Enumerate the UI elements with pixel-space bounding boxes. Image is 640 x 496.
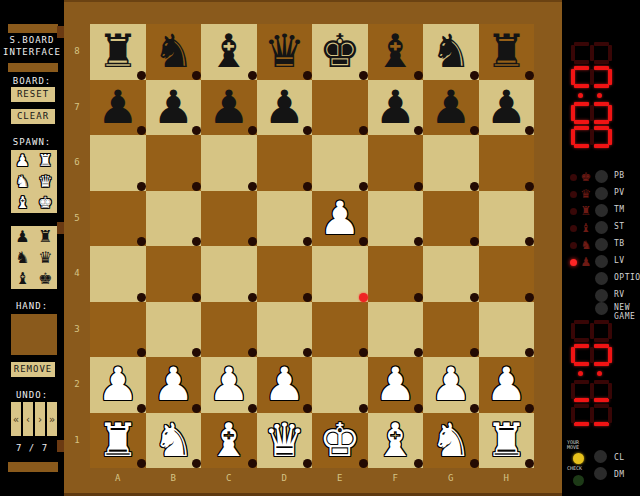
square-led	[248, 459, 257, 468]
app-title-line1: S.BOARD	[0, 35, 64, 45]
square-d5[interactable]	[257, 191, 313, 247]
square-led	[248, 126, 257, 135]
divider-bar	[8, 462, 58, 472]
square-led	[192, 182, 201, 191]
dm-button[interactable]	[594, 467, 607, 480]
square-a8[interactable]: ♜	[90, 24, 146, 80]
square-b6[interactable]	[146, 135, 202, 191]
square-led	[137, 459, 146, 468]
white-pawn-piece[interactable]: ♟	[319, 191, 360, 246]
square-b8[interactable]: ♞	[146, 24, 202, 80]
chess-board: ♜♞♝♛♚♝♞♜♟♟♟♟♟♟♟♟♟♟♟♟♟♟♟♜♞♝♛♚♝♞♜	[90, 24, 534, 468]
white-queen-piece[interactable]: ♛	[264, 413, 305, 468]
panel-row-new-game: NEW GAME	[562, 301, 640, 317]
pv-led	[570, 191, 577, 198]
square-d6[interactable]	[257, 135, 313, 191]
control-panel: ♚PB♛PV♜TM♝ST♞TB♟LVOPTIONRVNEW GAME YOURM…	[562, 0, 640, 496]
square-b2[interactable]: ♟	[146, 357, 202, 413]
square-c8[interactable]: ♝	[201, 24, 257, 80]
white-rook-piece[interactable]: ♜	[97, 413, 138, 468]
tm-button[interactable]	[595, 204, 608, 217]
st-button[interactable]	[595, 221, 608, 234]
square-led	[359, 404, 368, 413]
square-a7[interactable]: ♟	[90, 80, 146, 136]
spawn-black-knight[interactable]: ♞	[11, 247, 34, 268]
spawn-tray-white: ♟♜♞♛♝♚	[11, 150, 57, 213]
white-knight-piece[interactable]: ♞	[430, 413, 471, 468]
white-pawn-piece[interactable]: ♟	[375, 357, 416, 412]
square-led	[525, 459, 534, 468]
panel-row-lv: ♟LV	[562, 254, 640, 270]
square-led	[359, 182, 368, 191]
square-d2[interactable]: ♟	[257, 357, 313, 413]
square-h5[interactable]	[479, 191, 535, 247]
square-led	[470, 404, 479, 413]
black-rook-piece[interactable]: ♜	[486, 24, 527, 79]
square-d1[interactable]: ♛	[257, 413, 313, 469]
square-led	[470, 182, 479, 191]
square-led	[303, 182, 312, 191]
file-label-h: H	[479, 472, 535, 484]
square-led	[192, 237, 201, 246]
panel-row-tm: ♜TM	[562, 203, 640, 219]
spawn-black-rook[interactable]: ♜	[34, 226, 57, 247]
square-led	[414, 237, 423, 246]
spawn-white-knight[interactable]: ♞	[11, 171, 34, 192]
square-e8[interactable]: ♚	[312, 24, 368, 80]
black-rook-piece[interactable]: ♜	[97, 24, 138, 79]
square-led	[303, 459, 312, 468]
tb-led	[570, 242, 577, 249]
square-led	[414, 459, 423, 468]
square-b1[interactable]: ♞	[146, 413, 202, 469]
square-b4[interactable]	[146, 246, 202, 302]
black-pawn-piece[interactable]: ♟	[430, 80, 471, 135]
file-label-g: G	[423, 472, 479, 484]
black-pawn-piece[interactable]: ♟	[153, 80, 194, 135]
square-led	[470, 293, 479, 302]
square-led	[248, 293, 257, 302]
rook-icon: ♜	[579, 204, 593, 218]
square-a1[interactable]: ♜	[90, 413, 146, 469]
square-led	[192, 459, 201, 468]
spawn-white-queen[interactable]: ♛	[34, 171, 57, 192]
square-e1[interactable]: ♚	[312, 413, 368, 469]
divider-bar	[8, 63, 58, 72]
clock-colon	[571, 368, 612, 378]
black-bishop-piece[interactable]: ♝	[375, 24, 416, 79]
clock-digit	[571, 102, 612, 124]
sidebar: S.BOARD INTERFACE BOARD: RESET CLEAR SPA…	[0, 0, 64, 496]
square-led	[137, 348, 146, 357]
square-led	[414, 404, 423, 413]
square-g4[interactable]	[423, 246, 479, 302]
bishop-icon: ♝	[579, 221, 593, 235]
clock-colon	[571, 90, 612, 100]
pb-button[interactable]	[595, 170, 608, 183]
black-king-piece[interactable]: ♚	[319, 24, 360, 79]
square-led	[303, 348, 312, 357]
rank-label-1: 1	[64, 413, 90, 469]
white-pawn-piece[interactable]: ♟	[153, 357, 194, 412]
smart-board-interface: S.BOARD INTERFACE BOARD: RESET CLEAR SPA…	[0, 0, 640, 496]
square-led	[303, 126, 312, 135]
tm-label: TM	[614, 205, 640, 214]
spawn-black-queen[interactable]: ♛	[34, 247, 57, 268]
spawn-tray-black: ♟♜♞♛♝♚	[11, 226, 57, 289]
white-knight-piece[interactable]: ♞	[153, 413, 194, 468]
square-led	[248, 71, 257, 80]
square-led	[248, 182, 257, 191]
black-queen-piece[interactable]: ♛	[264, 24, 305, 79]
square-g3[interactable]	[423, 302, 479, 358]
white-pawn-piece[interactable]: ♟	[486, 357, 527, 412]
square-led	[303, 237, 312, 246]
st-label: ST	[614, 222, 640, 231]
panel-row-pv: ♛PV	[562, 186, 640, 202]
pb-led	[570, 174, 577, 181]
square-d4[interactable]	[257, 246, 313, 302]
st-led	[570, 225, 577, 232]
tm-led	[570, 208, 577, 215]
check-label: CHECK	[567, 466, 597, 471]
black-pawn-piece[interactable]: ♟	[97, 80, 138, 135]
square-g7[interactable]: ♟	[423, 80, 479, 136]
hand-slot[interactable]	[11, 314, 57, 355]
white-bishop-piece[interactable]: ♝	[375, 413, 416, 468]
square-g5[interactable]	[423, 191, 479, 247]
square-e5[interactable]: ♟	[312, 191, 368, 247]
undo-status: 7 / 7	[0, 443, 64, 453]
option-button[interactable]	[595, 272, 608, 285]
new-game-label: NEW GAME	[614, 303, 640, 321]
square-a4[interactable]	[90, 246, 146, 302]
square-led	[525, 348, 534, 357]
square-led	[137, 126, 146, 135]
square-c1[interactable]: ♝	[201, 413, 257, 469]
square-led	[525, 237, 534, 246]
lv-led	[570, 259, 577, 266]
panel-row-pb: ♚PB	[562, 169, 640, 185]
pv-button[interactable]	[595, 187, 608, 200]
panel-row-option: OPTION	[562, 271, 640, 287]
tb-label: TB	[614, 239, 640, 248]
square-f4[interactable]	[368, 246, 424, 302]
square-led	[359, 237, 368, 246]
square-led	[470, 126, 479, 135]
dm-button-label: DM	[614, 470, 640, 479]
square-g8[interactable]: ♞	[423, 24, 479, 80]
undo-first-button[interactable]: «	[11, 402, 21, 436]
square-a3[interactable]	[90, 302, 146, 358]
square-led	[303, 293, 312, 302]
rank-label-6: 6	[64, 135, 90, 191]
square-led	[359, 71, 368, 80]
square-led	[525, 293, 534, 302]
clock-digit	[571, 380, 612, 402]
new-game-button[interactable]	[595, 302, 608, 315]
square-led	[192, 126, 201, 135]
spawn-white-rook[interactable]: ♜	[34, 150, 57, 171]
file-label-d: D	[257, 472, 313, 484]
square-e6[interactable]	[312, 135, 368, 191]
lv-button[interactable]	[595, 255, 608, 268]
square-led	[359, 126, 368, 135]
clock-digit	[571, 320, 612, 342]
square-led	[192, 348, 201, 357]
square-a6[interactable]	[90, 135, 146, 191]
reset-button[interactable]: RESET	[11, 87, 55, 102]
undo-section-label: UNDO:	[0, 390, 64, 400]
white-pawn-piece[interactable]: ♟	[430, 357, 471, 412]
clock-digit	[571, 404, 612, 426]
square-c5[interactable]	[201, 191, 257, 247]
hand-section-label: HAND:	[0, 301, 64, 311]
square-f8[interactable]: ♝	[368, 24, 424, 80]
black-knight-piece[interactable]: ♞	[430, 24, 471, 79]
black-pawn-piece[interactable]: ♟	[486, 80, 527, 135]
square-h3[interactable]	[479, 302, 535, 358]
square-e7[interactable]	[312, 80, 368, 136]
square-b5[interactable]	[146, 191, 202, 247]
white-pawn-piece[interactable]: ♟	[208, 357, 249, 412]
knight-icon: ♞	[579, 238, 593, 252]
divider-bar	[8, 24, 58, 33]
square-b7[interactable]: ♟	[146, 80, 202, 136]
rank-label-8: 8	[64, 24, 90, 80]
square-f3[interactable]	[368, 302, 424, 358]
spawn-black-king[interactable]: ♚	[34, 268, 57, 289]
your-move-led	[573, 453, 584, 464]
white-rook-piece[interactable]: ♜	[486, 413, 527, 468]
square-e2[interactable]	[312, 357, 368, 413]
panel-row-tb: ♞TB	[562, 237, 640, 253]
square-led	[470, 348, 479, 357]
board-section-label: BOARD:	[0, 76, 64, 86]
square-b3[interactable]	[146, 302, 202, 358]
spawn-white-pawn[interactable]: ♟	[11, 150, 34, 171]
white-pawn-piece[interactable]: ♟	[97, 357, 138, 412]
spawn-white-king[interactable]: ♚	[34, 192, 57, 213]
square-c3[interactable]	[201, 302, 257, 358]
cl-button-label: CL	[614, 453, 640, 462]
rank-label-7: 7	[64, 80, 90, 136]
square-c7[interactable]: ♟	[201, 80, 257, 136]
square-h1[interactable]: ♜	[479, 413, 535, 469]
app-title-line2: INTERFACE	[0, 47, 64, 57]
square-led	[414, 126, 423, 135]
square-led	[303, 71, 312, 80]
square-led	[414, 71, 423, 80]
lv-label: LV	[614, 256, 640, 265]
square-led	[470, 459, 479, 468]
spawn-section-label: SPAWN:	[0, 137, 64, 147]
square-led	[248, 404, 257, 413]
square-led	[192, 404, 201, 413]
square-f1[interactable]: ♝	[368, 413, 424, 469]
cl-button[interactable]	[594, 450, 607, 463]
square-led	[137, 404, 146, 413]
spawn-white-bishop[interactable]: ♝	[11, 192, 34, 213]
square-led	[192, 293, 201, 302]
black-knight-piece[interactable]: ♞	[153, 24, 194, 79]
square-e4[interactable]	[312, 246, 368, 302]
square-h6[interactable]	[479, 135, 535, 191]
square-a5[interactable]	[90, 191, 146, 247]
rank-label-3: 3	[64, 302, 90, 358]
square-led	[137, 237, 146, 246]
board-frame: ♜♞♝♛♚♝♞♜♟♟♟♟♟♟♟♟♟♟♟♟♟♟♟♜♞♝♛♚♝♞♜ 87654321…	[64, 0, 562, 496]
black-bishop-piece[interactable]: ♝	[208, 24, 249, 79]
queen-icon: ♛	[579, 187, 593, 201]
black-pawn-piece[interactable]: ♟	[208, 80, 249, 135]
square-f5[interactable]	[368, 191, 424, 247]
square-led	[137, 293, 146, 302]
clock-digit	[571, 42, 612, 64]
square-a2[interactable]: ♟	[90, 357, 146, 413]
square-led	[525, 71, 534, 80]
square-led	[137, 182, 146, 191]
pv-label: PV	[614, 188, 640, 197]
square-led	[470, 71, 479, 80]
undo-forward-button[interactable]: ›	[35, 402, 45, 436]
pawn-icon: ♟	[579, 255, 593, 269]
file-label-c: C	[201, 472, 257, 484]
option-label: OPTION	[614, 273, 640, 282]
square-led	[248, 237, 257, 246]
file-label-a: A	[90, 472, 146, 484]
square-c2[interactable]: ♟	[201, 357, 257, 413]
undo-controls: «‹›»	[11, 402, 57, 436]
square-led	[248, 348, 257, 357]
square-h2[interactable]: ♟	[479, 357, 535, 413]
rv-label: RV	[614, 290, 640, 299]
square-led	[525, 126, 534, 135]
rank-label-2: 2	[64, 357, 90, 413]
square-g1[interactable]: ♞	[423, 413, 479, 469]
panel-row-st: ♝ST	[562, 220, 640, 236]
square-led	[525, 404, 534, 413]
square-c4[interactable]	[201, 246, 257, 302]
square-d8[interactable]: ♛	[257, 24, 313, 80]
tb-button[interactable]	[595, 238, 608, 251]
black-pawn-piece[interactable]: ♟	[375, 80, 416, 135]
square-led	[414, 348, 423, 357]
square-e3[interactable]	[312, 302, 368, 358]
spawn-black-pawn[interactable]: ♟	[11, 226, 34, 247]
clear-button[interactable]: CLEAR	[11, 109, 55, 124]
king-icon: ♚	[579, 170, 593, 184]
square-led	[359, 459, 368, 468]
square-h4[interactable]	[479, 246, 535, 302]
spawn-black-bishop[interactable]: ♝	[11, 268, 34, 289]
square-led	[359, 348, 368, 357]
square-led	[414, 182, 423, 191]
square-led	[414, 293, 423, 302]
white-bishop-piece[interactable]: ♝	[208, 413, 249, 468]
square-led	[192, 71, 201, 80]
square-led	[303, 404, 312, 413]
square-led	[525, 182, 534, 191]
file-label-f: F	[368, 472, 424, 484]
white-king-piece[interactable]: ♚	[319, 413, 360, 468]
undo-last-button[interactable]: »	[47, 402, 57, 436]
square-f2[interactable]: ♟	[368, 357, 424, 413]
undo-back-button[interactable]: ‹	[23, 402, 33, 436]
file-label-e: E	[312, 472, 368, 484]
file-label-b: B	[146, 472, 202, 484]
square-led-on	[359, 293, 368, 302]
square-g2[interactable]: ♟	[423, 357, 479, 413]
square-h8[interactable]: ♜	[479, 24, 535, 80]
clock-digit	[571, 344, 612, 366]
square-g6[interactable]	[423, 135, 479, 191]
square-led	[137, 71, 146, 80]
your-move-label: YOURMOVE	[567, 440, 597, 450]
rank-label-4: 4	[64, 246, 90, 302]
square-led	[470, 237, 479, 246]
square-f7[interactable]: ♟	[368, 80, 424, 136]
black-pawn-piece[interactable]: ♟	[264, 80, 305, 135]
pb-label: PB	[614, 171, 640, 180]
clock-digit	[571, 126, 612, 148]
square-h7[interactable]: ♟	[479, 80, 535, 136]
square-d7[interactable]: ♟	[257, 80, 313, 136]
rank-label-5: 5	[64, 191, 90, 247]
square-c6[interactable]	[201, 135, 257, 191]
check-led	[573, 475, 584, 486]
square-d3[interactable]	[257, 302, 313, 358]
square-f6[interactable]	[368, 135, 424, 191]
clock-digit	[571, 66, 612, 88]
remove-button[interactable]: REMOVE	[11, 362, 55, 377]
white-pawn-piece[interactable]: ♟	[264, 357, 305, 412]
